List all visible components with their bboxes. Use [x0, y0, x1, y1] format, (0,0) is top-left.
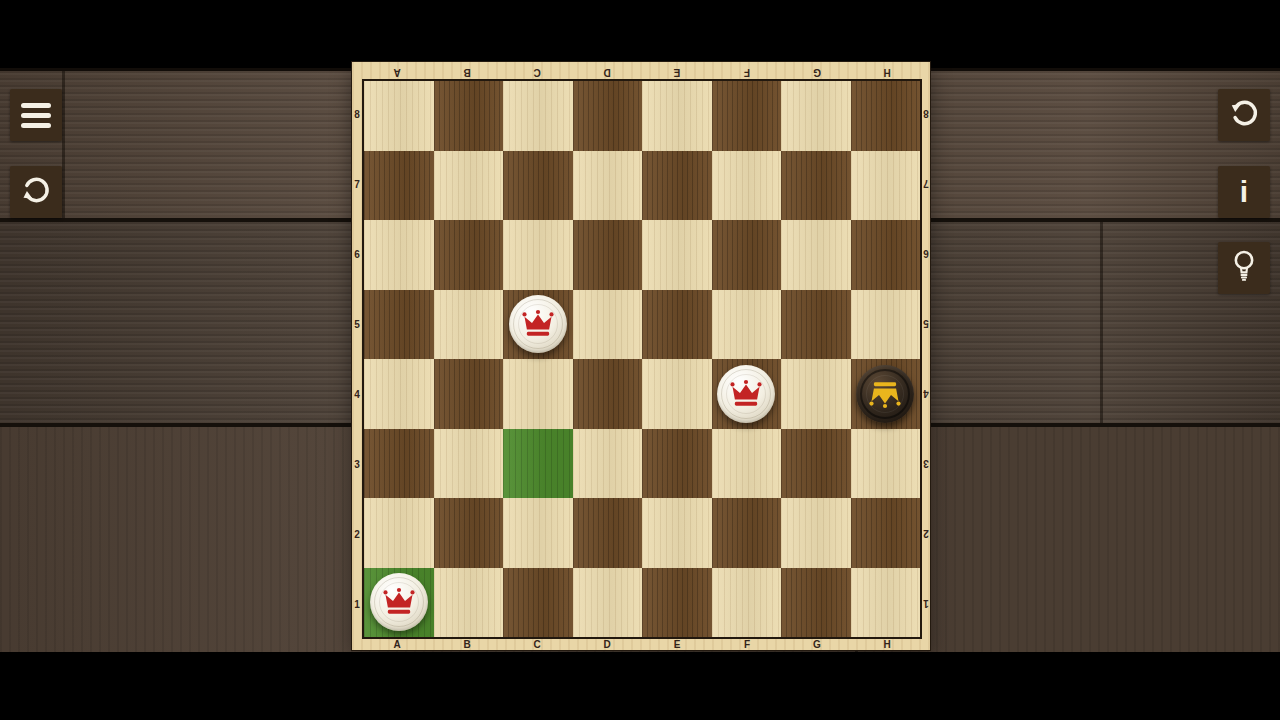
board-square-d4[interactable] — [573, 359, 643, 429]
board-square-c6[interactable] — [503, 220, 573, 290]
board-square-h5[interactable] — [851, 290, 921, 360]
coordinate-label: 3 — [352, 429, 362, 499]
coordinate-label: B — [432, 63, 502, 78]
coordinate-label: E — [642, 63, 712, 78]
file-labels-bottom: ABCDEFGH — [362, 639, 922, 650]
board-square-a3[interactable] — [364, 429, 434, 499]
board-square-h3[interactable] — [851, 429, 921, 499]
board-square-g6[interactable] — [781, 220, 851, 290]
checkers-board: ABCDEFGH ABCDEFGH 87654321 87654321 — [352, 62, 930, 650]
board-square-d8[interactable] — [573, 81, 643, 151]
board-inner-frame — [362, 79, 922, 639]
board-square-c1[interactable] — [503, 568, 573, 638]
info-icon: i — [1240, 177, 1248, 207]
coordinate-label: 3 — [922, 429, 930, 499]
board-square-b6[interactable] — [434, 220, 504, 290]
board-square-f5[interactable] — [712, 290, 782, 360]
board-square-d5[interactable] — [573, 290, 643, 360]
coordinate-label: 7 — [352, 149, 362, 219]
checker-white-king[interactable] — [509, 295, 567, 353]
undo-icon — [1228, 97, 1260, 133]
coordinate-label: 4 — [352, 359, 362, 429]
coordinate-label: E — [642, 639, 712, 650]
board-square-c7[interactable] — [503, 151, 573, 221]
coordinate-label: 7 — [922, 149, 930, 219]
board-square-b5[interactable] — [434, 290, 504, 360]
coordinate-label: 1 — [922, 569, 930, 639]
board-square-e7[interactable] — [642, 151, 712, 221]
board-square-c2[interactable] — [503, 498, 573, 568]
coordinate-label: G — [782, 639, 852, 650]
board-square-e6[interactable] — [642, 220, 712, 290]
board-square-f7[interactable] — [712, 151, 782, 221]
coordinate-label: A — [362, 63, 432, 78]
restart-button[interactable] — [10, 166, 62, 218]
hamburger-icon — [21, 103, 51, 128]
board-square-h2[interactable] — [851, 498, 921, 568]
rank-labels-left: 87654321 — [352, 79, 362, 639]
coordinate-label: F — [712, 639, 782, 650]
board-square-h7[interactable] — [851, 151, 921, 221]
board-grid — [364, 81, 920, 637]
coordinate-label: A — [362, 639, 432, 650]
board-square-g4[interactable] — [781, 359, 851, 429]
coordinate-label: D — [572, 639, 642, 650]
coordinate-label: 8 — [922, 79, 930, 149]
board-square-d2[interactable] — [573, 498, 643, 568]
board-square-f1[interactable] — [712, 568, 782, 638]
board-square-d3[interactable] — [573, 429, 643, 499]
plank-seam — [1100, 222, 1103, 427]
coordinate-label: 6 — [922, 219, 930, 289]
board-square-d1[interactable] — [573, 568, 643, 638]
board-square-g2[interactable] — [781, 498, 851, 568]
board-square-e2[interactable] — [642, 498, 712, 568]
board-square-b2[interactable] — [434, 498, 504, 568]
coordinate-label: 6 — [352, 219, 362, 289]
board-square-h6[interactable] — [851, 220, 921, 290]
board-square-e4[interactable] — [642, 359, 712, 429]
checker-white-king[interactable] — [370, 573, 428, 631]
board-square-h4[interactable] — [851, 359, 921, 429]
app-screen: ABCDEFGH ABCDEFGH 87654321 87654321 — [0, 0, 1280, 720]
board-square-e5[interactable] — [642, 290, 712, 360]
coordinate-label: F — [712, 63, 782, 78]
coordinate-label: 4 — [922, 359, 930, 429]
rank-labels-right: 87654321 — [922, 79, 930, 639]
coordinate-label: 8 — [352, 79, 362, 149]
undo-button[interactable] — [1218, 89, 1270, 141]
coordinate-label: D — [572, 63, 642, 78]
board-square-a8[interactable] — [364, 81, 434, 151]
coordinate-label: 2 — [922, 499, 930, 569]
board-square-e1[interactable] — [642, 568, 712, 638]
board-square-g7[interactable] — [781, 151, 851, 221]
board-square-f6[interactable] — [712, 220, 782, 290]
coordinate-label: C — [502, 63, 572, 78]
coordinate-label: 1 — [352, 569, 362, 639]
coordinate-label: H — [852, 63, 922, 78]
checker-white-king[interactable] — [717, 365, 775, 423]
board-square-a2[interactable] — [364, 498, 434, 568]
board-square-f8[interactable] — [712, 81, 782, 151]
board-square-e8[interactable] — [642, 81, 712, 151]
board-square-g1[interactable] — [781, 568, 851, 638]
board-square-b1[interactable] — [434, 568, 504, 638]
hint-button[interactable] — [1218, 242, 1270, 294]
lightbulb-icon — [1230, 249, 1258, 287]
menu-button[interactable] — [10, 89, 62, 141]
board-square-d6[interactable] — [573, 220, 643, 290]
coordinate-label: C — [502, 639, 572, 650]
restart-icon — [20, 174, 52, 210]
board-square-f2[interactable] — [712, 498, 782, 568]
board-square-b7[interactable] — [434, 151, 504, 221]
board-square-h1[interactable] — [851, 568, 921, 638]
board-square-d7[interactable] — [573, 151, 643, 221]
board-square-c4[interactable] — [503, 359, 573, 429]
board-square-b8[interactable] — [434, 81, 504, 151]
info-button[interactable]: i — [1218, 166, 1270, 218]
board-square-g5[interactable] — [781, 290, 851, 360]
coordinate-label: G — [782, 63, 852, 78]
board-square-h8[interactable] — [851, 81, 921, 151]
coordinate-label: H — [852, 639, 922, 650]
board-square-b4[interactable] — [434, 359, 504, 429]
board-square-c5[interactable] — [503, 290, 573, 360]
plank-seam — [62, 71, 65, 221]
board-square-a1[interactable] — [364, 568, 434, 638]
board-square-f3[interactable] — [712, 429, 782, 499]
board-square-g3[interactable] — [781, 429, 851, 499]
board-square-b3[interactable] — [434, 429, 504, 499]
board-square-c8[interactable] — [503, 81, 573, 151]
board-square-c3[interactable] — [503, 429, 573, 499]
checker-black-king[interactable] — [856, 365, 914, 423]
file-labels-top: ABCDEFGH — [362, 63, 922, 78]
coordinate-label: 5 — [922, 289, 930, 359]
board-square-g8[interactable] — [781, 81, 851, 151]
board-square-a5[interactable] — [364, 290, 434, 360]
board-square-a6[interactable] — [364, 220, 434, 290]
board-square-a7[interactable] — [364, 151, 434, 221]
coordinate-label: 5 — [352, 289, 362, 359]
board-square-a4[interactable] — [364, 359, 434, 429]
board-square-f4[interactable] — [712, 359, 782, 429]
board-square-e3[interactable] — [642, 429, 712, 499]
coordinate-label: 2 — [352, 499, 362, 569]
coordinate-label: B — [432, 639, 502, 650]
